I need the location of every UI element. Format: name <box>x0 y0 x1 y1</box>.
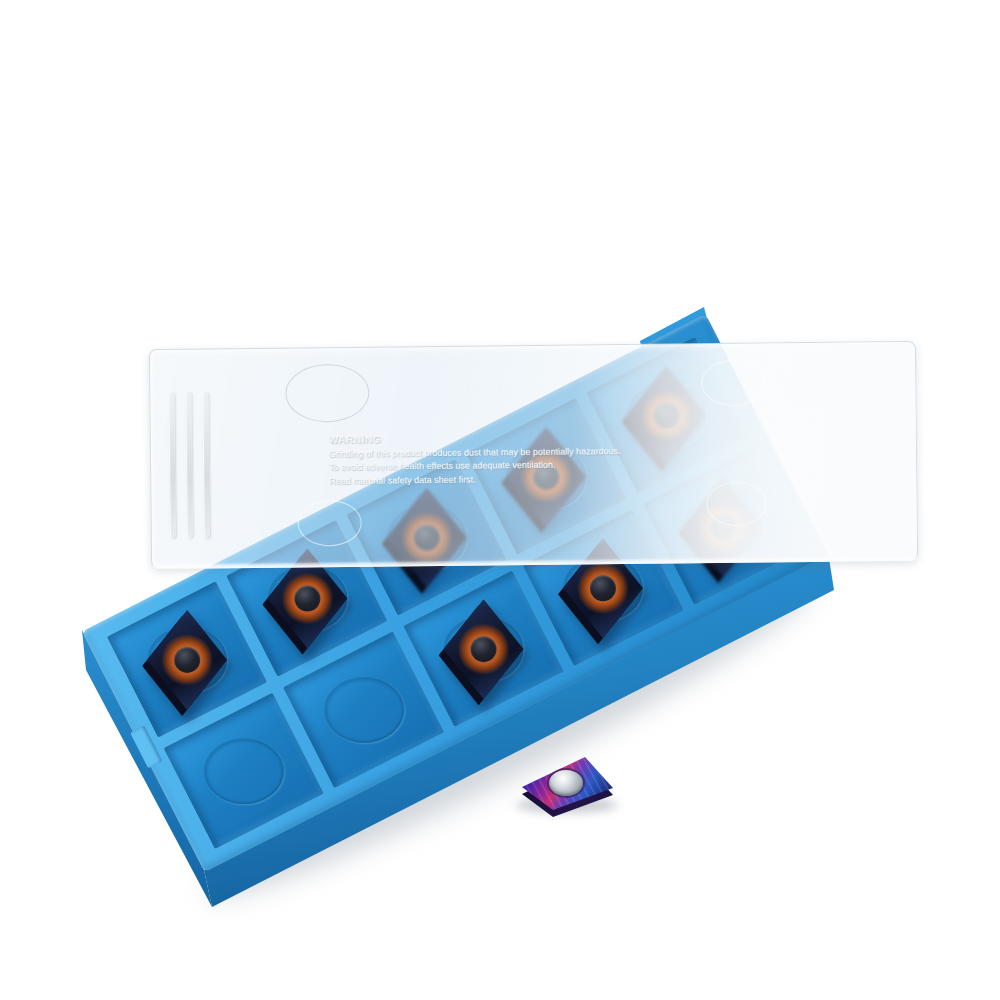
lid-grip-rib <box>185 392 193 538</box>
lid-molded-circle <box>297 500 361 547</box>
insert-hole <box>294 585 320 611</box>
product-photo-scene: WARNING Grinding of this product produce… <box>0 0 1000 1000</box>
loose-insert <box>508 742 628 827</box>
cell-floor-circle <box>324 677 404 743</box>
insert-hole <box>590 575 616 601</box>
insert-hole <box>174 646 200 672</box>
cell-floor-circle <box>204 738 284 804</box>
loose-insert-hole <box>549 770 583 796</box>
lid-grip-rib <box>168 392 176 538</box>
lid-molded-circle <box>285 364 370 423</box>
insert-hole <box>470 636 496 662</box>
translucent-lid: WARNING Grinding of this product produce… <box>149 341 918 569</box>
carbide-insert <box>443 599 523 699</box>
lid-warning-text: WARNING Grinding of this product produce… <box>329 428 740 490</box>
carbide-insert <box>147 609 227 709</box>
lid-grip-rib <box>202 391 210 537</box>
